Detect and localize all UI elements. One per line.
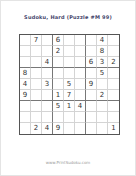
sudoku-cell[interactable] — [108, 79, 119, 90]
sudoku-cell[interactable]: 1 — [108, 123, 119, 134]
sudoku-cell[interactable]: 7 — [31, 35, 42, 46]
sudoku-cell[interactable]: 4 — [42, 57, 53, 68]
sudoku-cell[interactable] — [64, 35, 75, 46]
sudoku-cell[interactable]: 3 — [97, 57, 108, 68]
sudoku-cell[interactable] — [31, 101, 42, 112]
sudoku-cell[interactable] — [108, 101, 119, 112]
sudoku-cell[interactable] — [31, 68, 42, 79]
sudoku-cell[interactable] — [75, 90, 86, 101]
sudoku-cell[interactable] — [75, 79, 86, 90]
sudoku-cell[interactable]: 8 — [20, 68, 31, 79]
puzzle-title: Sudoku, Hard (Puzzle #M 99) — [1, 14, 135, 20]
sudoku-cell[interactable] — [97, 112, 108, 123]
sudoku-cell[interactable] — [42, 90, 53, 101]
sudoku-cell[interactable]: 6 — [86, 57, 97, 68]
sudoku-cell[interactable]: 5 — [97, 68, 108, 79]
sudoku-cell[interactable] — [53, 57, 64, 68]
sudoku-cell[interactable] — [42, 35, 53, 46]
sudoku-cell[interactable] — [75, 68, 86, 79]
footer-url: www.PrintSudoku.com — [1, 160, 135, 165]
sudoku-cell[interactable]: 6 — [53, 35, 64, 46]
sudoku-cell[interactable]: 2 — [97, 90, 108, 101]
sudoku-cell[interactable]: 1 — [53, 90, 64, 101]
sudoku-cell[interactable] — [75, 112, 86, 123]
sudoku-cell[interactable] — [108, 35, 119, 46]
sudoku-board: 76428463285435991725142491 — [19, 34, 120, 135]
sudoku-cell[interactable] — [20, 46, 31, 57]
sudoku-cell[interactable]: 4 — [75, 101, 86, 112]
sudoku-cell[interactable] — [20, 101, 31, 112]
sudoku-cell[interactable] — [108, 46, 119, 57]
sudoku-cell[interactable] — [108, 68, 119, 79]
sudoku-cell[interactable] — [64, 46, 75, 57]
sudoku-cell[interactable] — [75, 35, 86, 46]
sudoku-cell[interactable]: 9 — [53, 123, 64, 134]
sudoku-cell[interactable] — [97, 101, 108, 112]
sudoku-cell[interactable] — [64, 57, 75, 68]
sudoku-cell[interactable] — [64, 68, 75, 79]
sudoku-cell[interactable] — [53, 68, 64, 79]
sudoku-cell[interactable] — [31, 46, 42, 57]
sudoku-cell[interactable] — [86, 112, 97, 123]
sudoku-cell[interactable]: 4 — [97, 35, 108, 46]
sudoku-cell[interactable] — [20, 57, 31, 68]
sudoku-cell[interactable] — [20, 123, 31, 134]
sudoku-cell[interactable] — [42, 101, 53, 112]
sudoku-cell[interactable] — [53, 79, 64, 90]
sudoku-cell[interactable] — [53, 112, 64, 123]
sudoku-cell[interactable]: 4 — [42, 123, 53, 134]
sudoku-cell[interactable] — [42, 68, 53, 79]
sudoku-cell[interactable]: 3 — [42, 79, 53, 90]
sudoku-cell[interactable] — [86, 46, 97, 57]
sudoku-cell[interactable]: 2 — [53, 46, 64, 57]
sudoku-cell[interactable]: 9 — [86, 79, 97, 90]
sudoku-cell[interactable] — [97, 79, 108, 90]
sudoku-cell[interactable]: 2 — [31, 123, 42, 134]
sudoku-cell[interactable] — [75, 46, 86, 57]
sudoku-cell[interactable]: 2 — [108, 57, 119, 68]
sudoku-cell[interactable] — [108, 112, 119, 123]
sudoku-cell[interactable] — [86, 101, 97, 112]
sudoku-cell[interactable] — [86, 123, 97, 134]
sudoku-cell[interactable]: 7 — [64, 90, 75, 101]
sudoku-cell[interactable] — [42, 112, 53, 123]
sudoku-cell[interactable] — [75, 57, 86, 68]
sudoku-cell[interactable] — [64, 123, 75, 134]
sudoku-cell[interactable]: 5 — [53, 101, 64, 112]
sudoku-cell[interactable] — [31, 79, 42, 90]
sudoku-cell[interactable] — [86, 90, 97, 101]
sudoku-cell[interactable] — [31, 112, 42, 123]
sudoku-cell[interactable] — [86, 68, 97, 79]
sudoku-cell[interactable] — [75, 123, 86, 134]
puzzle-page: Sudoku, Hard (Puzzle #M 99) 764284632854… — [0, 0, 136, 176]
sudoku-cell[interactable] — [108, 90, 119, 101]
sudoku-cell[interactable] — [20, 112, 31, 123]
sudoku-cell[interactable] — [64, 112, 75, 123]
sudoku-cell[interactable]: 9 — [20, 90, 31, 101]
sudoku-cell[interactable] — [42, 46, 53, 57]
sudoku-cell[interactable] — [31, 90, 42, 101]
sudoku-cell[interactable]: 4 — [20, 79, 31, 90]
sudoku-cell[interactable] — [97, 123, 108, 134]
sudoku-cell[interactable]: 8 — [97, 46, 108, 57]
sudoku-cell[interactable] — [31, 57, 42, 68]
sudoku-cell[interactable] — [86, 35, 97, 46]
sudoku-cell[interactable]: 5 — [64, 79, 75, 90]
sudoku-cell[interactable] — [20, 35, 31, 46]
sudoku-cell[interactable]: 1 — [64, 101, 75, 112]
